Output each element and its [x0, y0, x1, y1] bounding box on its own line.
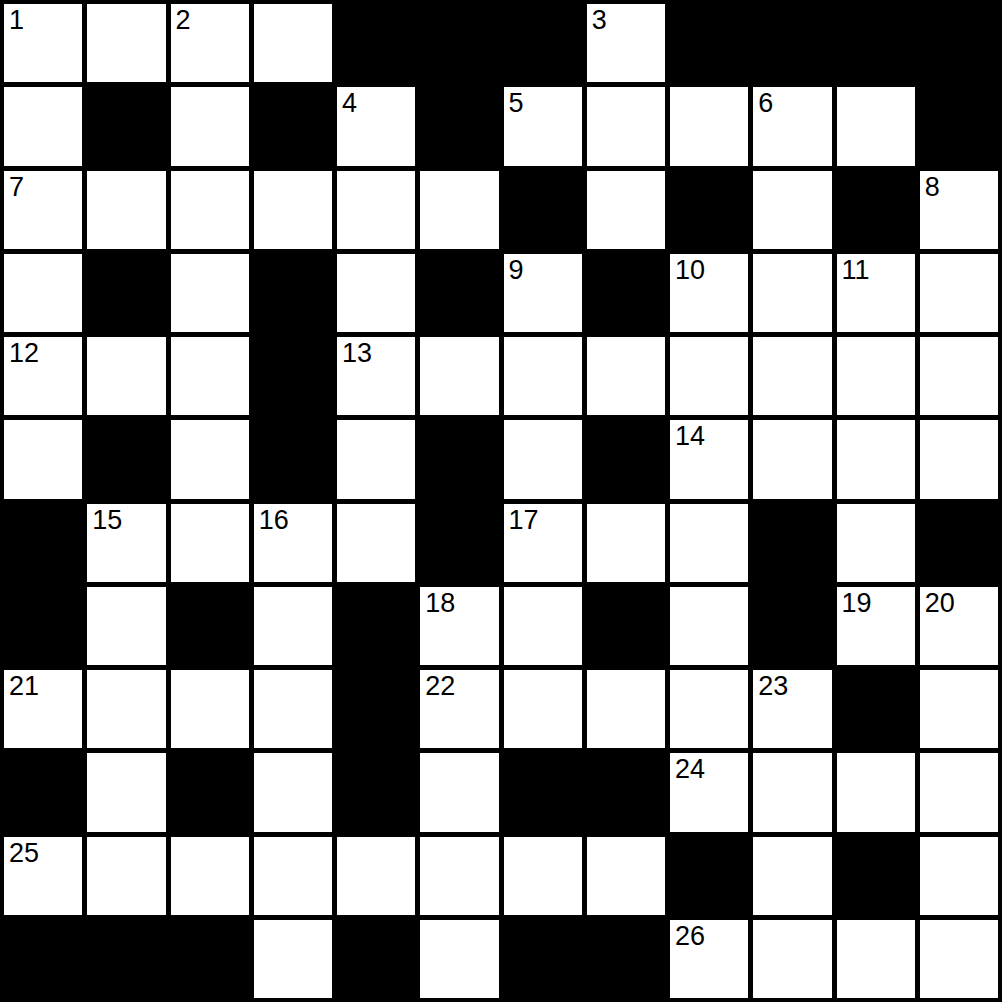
white-cell-r6c3[interactable]: 16: [254, 504, 332, 582]
white-cell-r9c5[interactable]: [420, 753, 498, 831]
black-cell-r11c4: [337, 920, 415, 998]
white-cell-r4c2[interactable]: [171, 337, 249, 415]
white-cell-r6c7[interactable]: [587, 504, 665, 582]
white-cell-r5c10[interactable]: [837, 420, 915, 498]
clue-number-9: 9: [509, 256, 524, 286]
white-cell-r1c6[interactable]: 5: [504, 87, 582, 165]
clue-number-23: 23: [758, 672, 788, 702]
white-cell-r7c3[interactable]: [254, 587, 332, 665]
white-cell-r6c4[interactable]: [337, 504, 415, 582]
white-cell-r10c0[interactable]: 25: [4, 837, 82, 915]
black-cell-r2c10: [837, 171, 915, 249]
clue-number-17: 17: [509, 506, 539, 536]
white-cell-r5c8[interactable]: 14: [670, 420, 748, 498]
white-cell-r0c7[interactable]: 3: [587, 4, 665, 82]
clue-number-6: 6: [758, 89, 773, 119]
white-cell-r6c10[interactable]: [837, 504, 915, 582]
white-cell-r6c8[interactable]: [670, 504, 748, 582]
clue-number-4: 4: [342, 89, 357, 119]
white-cell-r3c4[interactable]: [337, 254, 415, 332]
white-cell-r4c4[interactable]: 13: [337, 337, 415, 415]
white-cell-r3c2[interactable]: [171, 254, 249, 332]
black-cell-r0c10: [837, 4, 915, 82]
black-cell-r0c6: [504, 4, 582, 82]
white-cell-r2c0[interactable]: 7: [4, 171, 82, 249]
black-cell-r6c9: [753, 504, 831, 582]
black-cell-r6c0: [4, 504, 82, 582]
clue-number-5: 5: [509, 89, 524, 119]
black-cell-r0c4: [337, 4, 415, 82]
white-cell-r8c6[interactable]: [504, 670, 582, 748]
white-cell-r6c2[interactable]: [171, 504, 249, 582]
white-cell-r9c9[interactable]: [753, 753, 831, 831]
white-cell-r4c11[interactable]: [920, 337, 998, 415]
white-cell-r8c1[interactable]: [87, 670, 165, 748]
white-cell-r5c2[interactable]: [171, 420, 249, 498]
white-cell-r4c0[interactable]: 12: [4, 337, 82, 415]
white-cell-r5c0[interactable]: [4, 420, 82, 498]
clue-number-10: 10: [675, 256, 705, 286]
clue-number-19: 19: [842, 589, 872, 619]
clue-number-12: 12: [9, 339, 39, 369]
white-cell-r10c9[interactable]: [753, 837, 831, 915]
white-cell-r9c1[interactable]: [87, 753, 165, 831]
white-cell-r3c8[interactable]: 10: [670, 254, 748, 332]
white-cell-r3c11[interactable]: [920, 254, 998, 332]
white-cell-r8c11[interactable]: [920, 670, 998, 748]
black-cell-r9c6: [504, 753, 582, 831]
black-cell-r11c2: [171, 920, 249, 998]
clue-number-1: 1: [9, 6, 24, 36]
black-cell-r11c7: [587, 920, 665, 998]
white-cell-r8c8[interactable]: [670, 670, 748, 748]
clue-number-16: 16: [259, 506, 289, 536]
white-cell-r1c10[interactable]: [837, 87, 915, 165]
white-cell-r8c0[interactable]: 21: [4, 670, 82, 748]
white-cell-r11c10[interactable]: [837, 920, 915, 998]
black-cell-r3c7: [587, 254, 665, 332]
white-cell-r10c4[interactable]: [337, 837, 415, 915]
black-cell-r8c10: [837, 670, 915, 748]
clue-number-20: 20: [925, 589, 955, 619]
black-cell-r5c3: [254, 420, 332, 498]
white-cell-r4c7[interactable]: [587, 337, 665, 415]
white-cell-r8c9[interactable]: 23: [753, 670, 831, 748]
white-cell-r9c10[interactable]: [837, 753, 915, 831]
white-cell-r2c5[interactable]: [420, 171, 498, 249]
white-cell-r7c1[interactable]: [87, 587, 165, 665]
white-cell-r3c0[interactable]: [4, 254, 82, 332]
black-cell-r10c10: [837, 837, 915, 915]
white-cell-r5c4[interactable]: [337, 420, 415, 498]
white-cell-r3c6[interactable]: 9: [504, 254, 582, 332]
white-cell-r7c11[interactable]: 20: [920, 587, 998, 665]
white-cell-r2c7[interactable]: [587, 171, 665, 249]
white-cell-r1c7[interactable]: [587, 87, 665, 165]
white-cell-r11c11[interactable]: [920, 920, 998, 998]
white-cell-r5c9[interactable]: [753, 420, 831, 498]
white-cell-r3c10[interactable]: 11: [837, 254, 915, 332]
white-cell-r10c6[interactable]: [504, 837, 582, 915]
clue-number-13: 13: [342, 339, 372, 369]
black-cell-r2c8: [670, 171, 748, 249]
black-cell-r9c7: [587, 753, 665, 831]
clue-number-18: 18: [425, 589, 455, 619]
white-cell-r2c9[interactable]: [753, 171, 831, 249]
black-cell-r3c5: [420, 254, 498, 332]
black-cell-r7c2: [171, 587, 249, 665]
white-cell-r3c9[interactable]: [753, 254, 831, 332]
black-cell-r3c1: [87, 254, 165, 332]
white-cell-r1c9[interactable]: 6: [753, 87, 831, 165]
clue-number-21: 21: [9, 672, 39, 702]
black-cell-r0c5: [420, 4, 498, 82]
clue-number-26: 26: [675, 922, 705, 952]
black-cell-r11c1: [87, 920, 165, 998]
clue-number-14: 14: [675, 422, 705, 452]
white-cell-r9c11[interactable]: [920, 753, 998, 831]
white-cell-r7c10[interactable]: 19: [837, 587, 915, 665]
white-cell-r6c1[interactable]: 15: [87, 504, 165, 582]
black-cell-r4c3: [254, 337, 332, 415]
black-cell-r6c5: [420, 504, 498, 582]
white-cell-r0c0[interactable]: 1: [4, 4, 82, 82]
crossword-board: 1234567891011121314151617181920212223242…: [0, 0, 1002, 1002]
white-cell-r1c4[interactable]: 4: [337, 87, 415, 165]
white-cell-r0c3[interactable]: [254, 4, 332, 82]
black-cell-r5c7: [587, 420, 665, 498]
white-cell-r10c11[interactable]: [920, 837, 998, 915]
white-cell-r4c1[interactable]: [87, 337, 165, 415]
clue-number-2: 2: [176, 6, 191, 36]
clue-number-3: 3: [592, 6, 607, 36]
white-cell-r5c11[interactable]: [920, 420, 998, 498]
white-cell-r0c1[interactable]: [87, 4, 165, 82]
white-cell-r8c5[interactable]: 22: [420, 670, 498, 748]
white-cell-r2c3[interactable]: [254, 171, 332, 249]
white-cell-r0c2[interactable]: 2: [171, 4, 249, 82]
clue-number-15: 15: [92, 506, 122, 536]
black-cell-r1c11: [920, 87, 998, 165]
black-cell-r7c9: [753, 587, 831, 665]
white-cell-r1c0[interactable]: [4, 87, 82, 165]
white-cell-r8c3[interactable]: [254, 670, 332, 748]
black-cell-r1c3: [254, 87, 332, 165]
white-cell-r8c7[interactable]: [587, 670, 665, 748]
black-cell-r5c1: [87, 420, 165, 498]
white-cell-r4c5[interactable]: [420, 337, 498, 415]
white-cell-r7c6[interactable]: [504, 587, 582, 665]
white-cell-r9c8[interactable]: 24: [670, 753, 748, 831]
black-cell-r7c7: [587, 587, 665, 665]
clue-number-25: 25: [9, 839, 39, 869]
black-cell-r9c2: [171, 753, 249, 831]
black-cell-r9c0: [4, 753, 82, 831]
white-cell-r6c6[interactable]: 17: [504, 504, 582, 582]
black-cell-r11c6: [504, 920, 582, 998]
white-cell-r11c9[interactable]: [753, 920, 831, 998]
white-cell-r2c4[interactable]: [337, 171, 415, 249]
clue-number-22: 22: [425, 672, 455, 702]
black-cell-r1c1: [87, 87, 165, 165]
clue-number-8: 8: [925, 173, 940, 203]
black-cell-r7c0: [4, 587, 82, 665]
black-cell-r9c4: [337, 753, 415, 831]
white-cell-r10c2[interactable]: [171, 837, 249, 915]
white-cell-r7c8[interactable]: [670, 587, 748, 665]
white-cell-r1c2[interactable]: [171, 87, 249, 165]
white-cell-r10c3[interactable]: [254, 837, 332, 915]
white-cell-r11c5[interactable]: [420, 920, 498, 998]
black-cell-r8c4: [337, 670, 415, 748]
clue-number-7: 7: [9, 173, 24, 203]
white-cell-r2c2[interactable]: [171, 171, 249, 249]
white-cell-r10c1[interactable]: [87, 837, 165, 915]
black-cell-r10c8: [670, 837, 748, 915]
black-cell-r0c8: [670, 4, 748, 82]
black-cell-r0c11: [920, 4, 998, 82]
white-cell-r9c3[interactable]: [254, 753, 332, 831]
white-cell-r4c6[interactable]: [504, 337, 582, 415]
clue-number-24: 24: [675, 755, 705, 785]
white-cell-r4c8[interactable]: [670, 337, 748, 415]
white-cell-r10c5[interactable]: [420, 837, 498, 915]
clue-number-11: 11: [842, 256, 870, 286]
white-cell-r1c8[interactable]: [670, 87, 748, 165]
black-cell-r0c9: [753, 4, 831, 82]
black-cell-r7c4: [337, 587, 415, 665]
black-cell-r2c6: [504, 171, 582, 249]
white-cell-r2c1[interactable]: [87, 171, 165, 249]
white-cell-r10c7[interactable]: [587, 837, 665, 915]
black-cell-r1c5: [420, 87, 498, 165]
black-cell-r5c5: [420, 420, 498, 498]
white-cell-r7c5[interactable]: 18: [420, 587, 498, 665]
black-cell-r6c11: [920, 504, 998, 582]
white-cell-r4c9[interactable]: [753, 337, 831, 415]
white-cell-r11c8[interactable]: 26: [670, 920, 748, 998]
white-cell-r11c3[interactable]: [254, 920, 332, 998]
white-cell-r4c10[interactable]: [837, 337, 915, 415]
black-cell-r11c0: [4, 920, 82, 998]
white-cell-r5c6[interactable]: [504, 420, 582, 498]
white-cell-r2c11[interactable]: 8: [920, 171, 998, 249]
white-cell-r8c2[interactable]: [171, 670, 249, 748]
black-cell-r3c3: [254, 254, 332, 332]
